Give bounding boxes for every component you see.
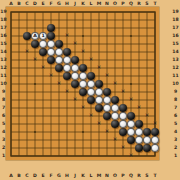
stone-label-E16: 1 (41, 34, 44, 39)
coord-top-L: L (90, 1, 93, 6)
black-stone-P7 (119, 104, 127, 112)
coord-top-R: R (137, 1, 141, 6)
black-stone-Q3 (127, 136, 135, 144)
coord-top-K: K (81, 1, 85, 6)
x-mark-E12: ✕ (39, 64, 47, 72)
white-stone-O6 (111, 112, 119, 120)
white-stone-O7 (111, 104, 119, 112)
x-mark-C14: ✕ (23, 48, 31, 56)
coord-right-6: 6 (174, 114, 177, 119)
star-point (34, 131, 36, 133)
coord-top-J: J (74, 1, 76, 6)
coord-top-Q: Q (129, 1, 133, 6)
black-stone-O8 (111, 96, 119, 104)
coord-left-10: 10 (0, 82, 6, 87)
coord-left-5: 5 (2, 122, 5, 127)
coord-bottom-H: H (65, 174, 69, 179)
x-mark-M12: ✕ (95, 64, 103, 72)
coord-right-5: 5 (174, 122, 177, 127)
black-stone-F17 (47, 24, 55, 32)
white-stone-D16: A (31, 32, 39, 40)
coord-left-7: 7 (2, 106, 5, 111)
black-stone-L8 (87, 96, 95, 104)
black-stone-S2 (143, 144, 151, 152)
coord-left-4: 4 (2, 130, 5, 135)
white-stone-E16: 1 (39, 32, 47, 40)
coord-bottom-D: D (33, 174, 37, 179)
coord-right-4: 4 (174, 130, 177, 135)
black-stone-R5 (135, 120, 143, 128)
x-mark-S6: ✕ (143, 112, 151, 120)
coord-left-2: 2 (2, 146, 5, 151)
black-stone-C16 (23, 32, 31, 40)
x-mark-H9: ✕ (63, 88, 71, 96)
white-stone-N8 (103, 96, 111, 104)
white-stone-P6 (119, 112, 127, 120)
white-stone-R3 (135, 136, 143, 144)
white-stone-M8 (95, 96, 103, 104)
x-mark-O3: ✕ (111, 136, 119, 144)
black-stone-H11 (63, 72, 71, 80)
coord-left-8: 8 (2, 98, 5, 103)
coord-top-B: B (17, 1, 21, 6)
coord-left-6: 6 (2, 114, 5, 119)
coord-top-T: T (153, 1, 156, 6)
coord-top-N: N (105, 1, 109, 6)
x-mark-J8: ✕ (71, 96, 79, 104)
coord-left-13: 13 (0, 58, 6, 63)
white-stone-Q5 (127, 120, 135, 128)
coord-top-F: F (49, 1, 52, 6)
x-mark-O10: ✕ (111, 80, 119, 88)
white-stone-N7 (103, 104, 111, 112)
black-stone-R2 (135, 144, 143, 152)
coord-bottom-Q: Q (129, 174, 133, 179)
coord-left-14: 14 (0, 50, 6, 55)
coord-top-C: C (25, 1, 28, 6)
coord-right-8: 8 (174, 98, 177, 103)
coord-right-12: 12 (172, 66, 178, 71)
star-point (130, 83, 132, 85)
white-stone-H13 (63, 56, 71, 64)
coord-left-1: 1 (2, 154, 5, 159)
x-mark-L13: ✕ (87, 56, 95, 64)
black-stone-S4 (143, 128, 151, 136)
black-stone-E14 (39, 48, 47, 56)
coord-right-3: 3 (174, 138, 177, 143)
black-stone-N6 (103, 112, 111, 120)
coord-bottom-M: M (97, 174, 102, 179)
x-mark-Q1: ✕ (127, 152, 135, 160)
coord-right-7: 7 (174, 106, 177, 111)
black-stone-G12 (55, 64, 63, 72)
x-mark-D13: ✕ (31, 56, 39, 64)
coord-bottom-B: B (17, 174, 21, 179)
black-stone-M10 (95, 80, 103, 88)
black-stone-J13 (71, 56, 79, 64)
x-mark-N4: ✕ (103, 128, 111, 136)
coord-left-9: 9 (2, 90, 5, 95)
x-mark-R7: ✕ (135, 104, 143, 112)
coord-bottom-F: F (49, 174, 52, 179)
coord-bottom-P: P (121, 174, 124, 179)
x-mark-J15: ✕ (71, 40, 79, 48)
black-stone-O5 (111, 120, 119, 128)
black-stone-J10 (71, 80, 79, 88)
coord-right-13: 13 (172, 58, 178, 63)
coord-right-10: 10 (172, 82, 178, 87)
coord-bottom-K: K (81, 174, 85, 179)
coord-left-3: 3 (2, 138, 5, 143)
coord-left-17: 17 (0, 26, 6, 31)
x-mark-K14: ✕ (79, 48, 87, 56)
coord-right-11: 11 (172, 74, 178, 79)
white-stone-J12 (71, 64, 79, 72)
coord-left-11: 11 (0, 74, 6, 79)
black-stone-F16 (47, 32, 55, 40)
coord-left-19: 19 (0, 10, 6, 15)
black-stone-H14 (63, 48, 71, 56)
x-mark-G10: ✕ (55, 80, 63, 88)
white-stone-G14 (55, 48, 63, 56)
white-stone-E15 (39, 40, 47, 48)
white-stone-L10 (87, 80, 95, 88)
coord-right-14: 14 (172, 50, 178, 55)
coord-right-9: 9 (174, 90, 177, 95)
coord-bottom-A: A (9, 174, 13, 179)
coord-bottom-L: L (90, 174, 93, 179)
white-stone-R4 (135, 128, 143, 136)
coord-right-18: 18 (172, 18, 178, 23)
black-stone-F13 (47, 56, 55, 64)
white-stone-K11 (79, 72, 87, 80)
white-stone-T3 (151, 136, 159, 144)
x-mark-N11: ✕ (103, 72, 111, 80)
star-point (82, 131, 84, 133)
black-stone-G15 (55, 40, 63, 48)
coord-left-12: 12 (0, 66, 6, 71)
coord-bottom-S: S (145, 174, 148, 179)
x-mark-P2: ✕ (119, 144, 127, 152)
white-stone-J11 (71, 72, 79, 80)
black-stone-P4 (119, 128, 127, 136)
black-stone-Q6 (127, 112, 135, 120)
coord-top-O: O (113, 1, 117, 6)
x-mark-M5: ✕ (95, 120, 103, 128)
coord-top-A: A (9, 1, 13, 6)
x-mark-K7: ✕ (79, 104, 87, 112)
black-stone-N9 (103, 88, 111, 96)
black-stone-M7 (95, 104, 103, 112)
white-stone-P5 (119, 120, 127, 128)
white-stone-H12 (63, 64, 71, 72)
star-point (34, 83, 36, 85)
x-mark-Q8: ✕ (127, 96, 135, 104)
coord-left-16: 16 (0, 34, 6, 39)
black-stone-L11 (87, 72, 95, 80)
coord-bottom-O: O (113, 174, 117, 179)
black-stone-K9 (79, 88, 87, 96)
coord-bottom-N: N (105, 174, 109, 179)
x-mark-F11: ✕ (47, 72, 55, 80)
x-mark-T5: ✕ (151, 120, 159, 128)
x-mark-H16: ✕ (63, 32, 71, 40)
stone-label-D16: A (33, 34, 37, 39)
coord-top-G: G (57, 1, 61, 6)
star-point (130, 35, 132, 37)
coord-right-15: 15 (172, 42, 178, 47)
coord-right-19: 19 (172, 10, 178, 15)
white-stone-M9 (95, 88, 103, 96)
black-stone-D15 (31, 40, 39, 48)
star-point (82, 35, 84, 37)
coord-left-18: 18 (0, 18, 6, 23)
coord-left-15: 15 (0, 42, 6, 47)
x-mark-L6: ✕ (87, 112, 95, 120)
coord-bottom-C: C (25, 174, 28, 179)
white-stone-G13 (55, 56, 63, 64)
white-stone-S3 (143, 136, 151, 144)
coord-top-H: H (65, 1, 69, 6)
white-stone-L9 (87, 88, 95, 96)
coord-top-E: E (41, 1, 44, 6)
coord-bottom-G: G (57, 174, 61, 179)
white-stone-K10 (79, 80, 87, 88)
white-stone-Q4 (127, 128, 135, 136)
coord-bottom-R: R (137, 174, 141, 179)
coord-bottom-J: J (74, 174, 76, 179)
black-stone-K12 (79, 64, 87, 72)
white-stone-F14 (47, 48, 55, 56)
x-mark-P9: ✕ (119, 88, 127, 96)
coord-right-2: 2 (174, 146, 177, 151)
coord-top-S: S (145, 1, 148, 6)
white-stone-F15 (47, 40, 55, 48)
coord-top-P: P (121, 1, 124, 6)
black-stone-T4 (151, 128, 159, 136)
white-stone-T2 (151, 144, 159, 152)
coord-bottom-E: E (41, 174, 44, 179)
coord-top-M: M (97, 1, 102, 6)
coord-bottom-T: T (153, 174, 156, 179)
coord-right-1: 1 (174, 154, 177, 159)
coord-top-D: D (33, 1, 37, 6)
go-diagram-page: A1✕✕✕✕✕✕✕✕✕✕✕✕✕✕✕✕✕✕✕✕✕✕✕✕✕✕ AABBCCDDEEF… (0, 0, 180, 180)
coord-right-16: 16 (172, 34, 178, 39)
coord-right-17: 17 (172, 26, 178, 31)
